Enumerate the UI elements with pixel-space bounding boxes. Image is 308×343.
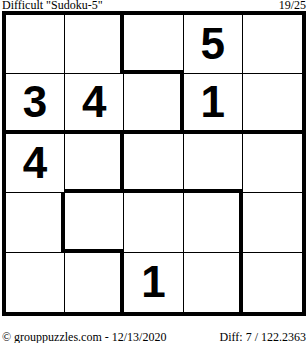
cell-r2c1-given: 3	[6, 74, 65, 133]
cell-r3c5[interactable]	[243, 134, 302, 193]
footer-difficulty: Diff: 7 / 122.2363	[220, 331, 306, 343]
cell-r2c5[interactable]	[243, 74, 302, 133]
cell-r1c2[interactable]	[65, 15, 124, 74]
header: Difficult "Sudoku-5" 19/25	[0, 0, 308, 11]
cell-r5c3-given: 1	[124, 253, 183, 312]
footer-copyright: © grouppuzzles.com - 12/13/2020	[2, 331, 166, 343]
cell-r4c5[interactable]	[243, 193, 302, 252]
cell-r4c2[interactable]	[65, 193, 124, 252]
cell-r3c2[interactable]	[65, 134, 124, 193]
cell-r3c3[interactable]	[124, 134, 183, 193]
cell-r1c4-given: 5	[184, 15, 243, 74]
cell-r3c4[interactable]	[184, 134, 243, 193]
cell-r1c3[interactable]	[124, 15, 183, 74]
cell-r1c1[interactable]	[6, 15, 65, 74]
page-title: Difficult "Sudoku-5"	[2, 0, 103, 11]
cell-r4c1[interactable]	[6, 193, 65, 252]
cell-r5c1[interactable]	[6, 253, 65, 312]
footer: © grouppuzzles.com - 12/13/2020 Diff: 7 …	[0, 331, 308, 343]
cell-r5c4[interactable]	[184, 253, 243, 312]
cell-r2c2-given: 4	[65, 74, 124, 133]
cell-r3c1-given: 4	[6, 134, 65, 193]
cell-r5c2[interactable]	[65, 253, 124, 312]
cell-r4c4[interactable]	[184, 193, 243, 252]
sudoku-board: 534141	[2, 11, 306, 316]
cell-r2c4-given: 1	[184, 74, 243, 133]
cell-r1c5[interactable]	[243, 15, 302, 74]
progress-counter: 19/25	[279, 0, 306, 11]
cell-r4c3[interactable]	[124, 193, 183, 252]
cell-r2c3[interactable]	[124, 74, 183, 133]
cell-r5c5[interactable]	[243, 253, 302, 312]
